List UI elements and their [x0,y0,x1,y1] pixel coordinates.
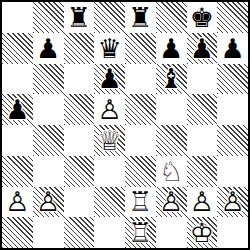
square-g5[interactable] [187,94,218,125]
black-pawn-icon: ♟ [33,33,64,64]
piece-white-rook[interactable]: ♜♖ [125,187,156,218]
white-pawn-icon: ♙ [2,187,33,218]
square-f7[interactable]: ♟♟ [156,33,187,64]
white-pawn-icon: ♙ [33,187,64,218]
square-f3[interactable]: ♞♘ [156,156,187,187]
square-d5[interactable]: ♟♙ [94,94,125,125]
square-f5[interactable] [156,94,187,125]
square-e4[interactable] [125,125,156,156]
square-c4[interactable] [64,125,95,156]
piece-white-knight[interactable]: ♞♘ [156,156,187,187]
square-c1[interactable] [64,217,95,248]
square-b5[interactable] [33,94,64,125]
square-b4[interactable] [33,125,64,156]
piece-black-rook[interactable]: ♜♜ [64,2,95,33]
square-h1[interactable] [217,217,248,248]
square-b2[interactable]: ♟♙ [33,187,64,218]
piece-black-pawn[interactable]: ♟♟ [94,64,125,95]
white-rook-icon: ♖ [125,217,156,248]
square-g1[interactable]: ♚♔ [187,217,218,248]
square-e1[interactable]: ♜♖ [125,217,156,248]
square-e6[interactable] [125,64,156,95]
black-pawn-icon: ♟ [217,33,248,64]
black-bishop-icon: ♝ [156,64,187,95]
square-a1[interactable] [2,217,33,248]
black-pawn-icon: ♟ [94,64,125,95]
black-pawn-icon: ♟ [2,94,33,125]
white-queen-icon: ♕ [94,125,125,156]
piece-white-pawn[interactable]: ♟♙ [217,187,248,218]
square-g6[interactable] [187,64,218,95]
square-g8[interactable]: ♚♚ [187,2,218,33]
square-c6[interactable] [64,64,95,95]
square-e3[interactable] [125,156,156,187]
square-a7[interactable] [2,33,33,64]
square-f1[interactable] [156,217,187,248]
square-d2[interactable] [94,187,125,218]
black-queen-icon: ♛ [94,33,125,64]
square-a6[interactable] [2,64,33,95]
square-e8[interactable]: ♜♜ [125,2,156,33]
white-king-icon: ♔ [187,217,218,248]
piece-white-rook[interactable]: ♜♖ [125,217,156,248]
black-rook-icon: ♜ [125,2,156,33]
square-h5[interactable] [217,94,248,125]
black-pawn-icon: ♟ [187,33,218,64]
square-d7[interactable]: ♛♛ [94,33,125,64]
piece-black-bishop[interactable]: ♝♝ [156,64,187,95]
black-king-icon: ♚ [187,2,218,33]
piece-white-pawn[interactable]: ♟♙ [94,94,125,125]
piece-black-pawn[interactable]: ♟♟ [217,33,248,64]
square-a8[interactable] [2,2,33,33]
black-rook-icon: ♜ [64,2,95,33]
square-a2[interactable]: ♟♙ [2,187,33,218]
white-rook-icon: ♖ [125,187,156,218]
square-g2[interactable]: ♟♙ [187,187,218,218]
square-c2[interactable] [64,187,95,218]
square-a4[interactable] [2,125,33,156]
piece-white-pawn[interactable]: ♟♙ [187,187,218,218]
square-c8[interactable]: ♜♜ [64,2,95,33]
white-pawn-icon: ♙ [217,187,248,218]
square-a3[interactable] [2,156,33,187]
piece-black-pawn[interactable]: ♟♟ [2,94,33,125]
square-e5[interactable] [125,94,156,125]
piece-white-pawn[interactable]: ♟♙ [33,187,64,218]
square-d6[interactable]: ♟♟ [94,64,125,95]
square-d8[interactable] [94,2,125,33]
square-h6[interactable] [217,64,248,95]
square-h4[interactable] [217,125,248,156]
square-h3[interactable] [217,156,248,187]
square-b7[interactable]: ♟♟ [33,33,64,64]
square-a5[interactable]: ♟♟ [2,94,33,125]
square-b1[interactable] [33,217,64,248]
piece-white-pawn[interactable]: ♟♙ [156,187,187,218]
square-f8[interactable] [156,2,187,33]
piece-white-queen[interactable]: ♛♕ [94,125,125,156]
piece-black-king[interactable]: ♚♚ [187,2,218,33]
white-pawn-icon: ♙ [187,187,218,218]
square-f4[interactable] [156,125,187,156]
piece-black-rook[interactable]: ♜♜ [125,2,156,33]
chess-board: ♜♜♜♜♚♚♟♟♛♛♟♟♟♟♟♟♟♟♝♝♟♟♟♙♛♕♞♘♟♙♟♙♜♖♟♙♟♙♟♙… [0,0,250,250]
square-f6[interactable]: ♝♝ [156,64,187,95]
square-h7[interactable]: ♟♟ [217,33,248,64]
white-knight-icon: ♘ [156,156,187,187]
white-pawn-icon: ♙ [94,94,125,125]
square-g7[interactable]: ♟♟ [187,33,218,64]
black-pawn-icon: ♟ [156,33,187,64]
square-d1[interactable] [94,217,125,248]
piece-white-pawn[interactable]: ♟♙ [2,187,33,218]
square-b6[interactable] [33,64,64,95]
square-d4[interactable]: ♛♕ [94,125,125,156]
square-g4[interactable] [187,125,218,156]
square-e2[interactable]: ♜♖ [125,187,156,218]
square-e7[interactable] [125,33,156,64]
square-c3[interactable] [64,156,95,187]
piece-black-pawn[interactable]: ♟♟ [33,33,64,64]
square-b8[interactable] [33,2,64,33]
square-b3[interactable] [33,156,64,187]
piece-black-pawn[interactable]: ♟♟ [156,33,187,64]
square-c5[interactable] [64,94,95,125]
piece-black-pawn[interactable]: ♟♟ [187,33,218,64]
square-d3[interactable] [94,156,125,187]
square-h8[interactable] [217,2,248,33]
piece-black-queen[interactable]: ♛♛ [94,33,125,64]
square-f2[interactable]: ♟♙ [156,187,187,218]
square-g3[interactable] [187,156,218,187]
piece-white-king[interactable]: ♚♔ [187,217,218,248]
square-c7[interactable] [64,33,95,64]
square-h2[interactable]: ♟♙ [217,187,248,218]
white-pawn-icon: ♙ [156,187,187,218]
